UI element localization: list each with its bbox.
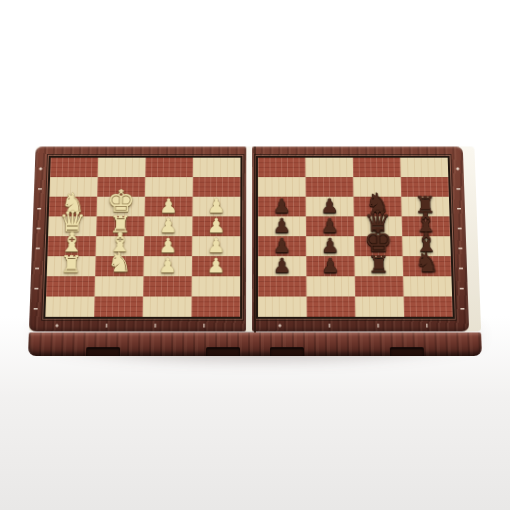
square-a8[interactable]: [50, 158, 98, 177]
square-d1[interactable]: [191, 296, 240, 316]
board-right-half: ♟♟♞♜♟♟♛♝♟♟♚♝♟♟♜♞: [252, 147, 469, 332]
square-f1[interactable]: [307, 296, 356, 316]
playing-area-border: ♟♟♞♜♟♟♛♝♟♟♚♝♟♟♜♞: [256, 156, 455, 319]
piece-white-pawn[interactable]: ♟: [159, 197, 178, 217]
board-grid-right: ♟♟♞♜♟♟♛♝♟♟♚♝♟♟♜♞: [258, 158, 453, 317]
square-d3[interactable]: ♟: [192, 256, 240, 276]
square-d6[interactable]: ♟: [192, 197, 240, 217]
piece-white-pawn[interactable]: ♟: [207, 197, 226, 217]
square-a3[interactable]: ♜: [47, 256, 96, 276]
piece-dark-pawn[interactable]: ♟: [321, 236, 340, 256]
square-e2[interactable]: [258, 276, 307, 296]
square-e7[interactable]: [258, 177, 306, 197]
piece-dark-pawn[interactable]: ♟: [273, 216, 292, 236]
square-f6[interactable]: ♟: [306, 197, 354, 217]
square-b3[interactable]: ♞: [95, 256, 144, 276]
piece-dark-rook[interactable]: ♜: [367, 252, 390, 276]
board-grid-left: ♞♚♟♟♛♜♟♟♝♝♟♟♜♞♟♟: [45, 158, 240, 317]
piece-dark-pawn[interactable]: ♟: [273, 197, 291, 217]
piece-dark-pawn[interactable]: ♟: [273, 256, 292, 276]
piece-dark-pawn[interactable]: ♟: [320, 197, 339, 217]
square-f2[interactable]: [306, 276, 355, 296]
square-c8[interactable]: [145, 158, 193, 177]
piece-white-pawn[interactable]: ♟: [207, 256, 226, 276]
square-c6[interactable]: ♟: [145, 197, 193, 217]
piece-dark-knight[interactable]: ♞: [414, 250, 439, 277]
piece-white-pawn[interactable]: ♟: [159, 236, 178, 256]
board-foot-notch: [206, 347, 240, 356]
square-a1[interactable]: [45, 296, 94, 316]
chessboard: ♞♚♟♟♛♜♟♟♝♝♟♟♜♞♟♟ ♟♟♞♜♟♟♛♝♟♟♚♝♟♟♜♞: [28, 147, 482, 356]
square-d4[interactable]: ♟: [192, 236, 240, 256]
playing-area-border: ♞♚♟♟♛♜♟♟♝♝♟♟♜♞♟♟: [43, 156, 242, 319]
piece-white-pawn[interactable]: ♟: [207, 216, 226, 236]
square-h8[interactable]: [400, 158, 448, 177]
square-f8[interactable]: [305, 158, 353, 177]
square-f3[interactable]: ♟: [306, 256, 355, 276]
square-e6[interactable]: ♟: [258, 197, 306, 217]
square-b8[interactable]: [98, 158, 146, 177]
square-g1[interactable]: [355, 296, 404, 316]
piece-white-pawn[interactable]: ♟: [158, 256, 177, 276]
square-e8[interactable]: [258, 158, 306, 177]
board-left-half: ♞♚♟♟♛♜♟♟♝♝♟♟♜♞♟♟: [29, 147, 246, 332]
photo-background: ♞♚♟♟♛♜♟♟♝♝♟♟♜♞♟♟ ♟♟♞♜♟♟♛♝♟♟♚♝♟♟♜♞: [0, 0, 510, 510]
square-d5[interactable]: ♟: [192, 216, 240, 236]
square-c7[interactable]: [145, 177, 193, 197]
board-foot-notch: [270, 347, 304, 356]
board-foot-notch: [390, 347, 424, 356]
square-c2[interactable]: [143, 276, 192, 296]
square-g3[interactable]: ♜: [354, 256, 403, 276]
board-halves: ♞♚♟♟♛♜♟♟♝♝♟♟♜♞♟♟ ♟♟♞♜♟♟♛♝♟♟♚♝♟♟♜♞: [29, 147, 481, 332]
square-e1[interactable]: [258, 296, 307, 316]
frame-dot-markers: [45, 324, 230, 328]
square-e4[interactable]: ♟: [258, 236, 306, 256]
board-foot-notch: [86, 347, 120, 356]
square-h3[interactable]: ♞: [403, 256, 452, 276]
piece-dark-pawn[interactable]: ♟: [321, 216, 340, 236]
square-e5[interactable]: ♟: [258, 216, 306, 236]
piece-white-rook[interactable]: ♜: [60, 252, 83, 276]
square-b1[interactable]: [94, 296, 143, 316]
frame-dot-markers: [455, 160, 464, 317]
square-h1[interactable]: [404, 296, 453, 316]
square-d8[interactable]: [193, 158, 241, 177]
square-a2[interactable]: [46, 276, 95, 296]
square-g8[interactable]: [353, 158, 401, 177]
square-f5[interactable]: ♟: [306, 216, 354, 236]
frame-dot-markers: [268, 324, 453, 328]
piece-dark-pawn[interactable]: ♟: [273, 236, 292, 256]
square-f4[interactable]: ♟: [306, 236, 354, 256]
square-b2[interactable]: [95, 276, 144, 296]
board-front-edge: [28, 332, 482, 356]
square-c5[interactable]: ♟: [144, 216, 192, 236]
frame-dot-markers: [33, 160, 42, 317]
square-c1[interactable]: [143, 296, 192, 316]
piece-white-knight[interactable]: ♞: [107, 250, 132, 277]
square-d2[interactable]: [192, 276, 241, 296]
square-e3[interactable]: ♟: [258, 256, 306, 276]
square-d7[interactable]: [193, 177, 241, 197]
square-f7[interactable]: [306, 177, 354, 197]
piece-white-pawn[interactable]: ♟: [159, 216, 178, 236]
square-h2[interactable]: [403, 276, 452, 296]
piece-white-pawn[interactable]: ♟: [207, 236, 226, 256]
fold-hinge-gap: [254, 147, 256, 356]
square-c3[interactable]: ♟: [143, 256, 192, 276]
square-c4[interactable]: ♟: [144, 236, 192, 256]
square-g2[interactable]: [355, 276, 404, 296]
piece-dark-pawn[interactable]: ♟: [321, 256, 340, 276]
